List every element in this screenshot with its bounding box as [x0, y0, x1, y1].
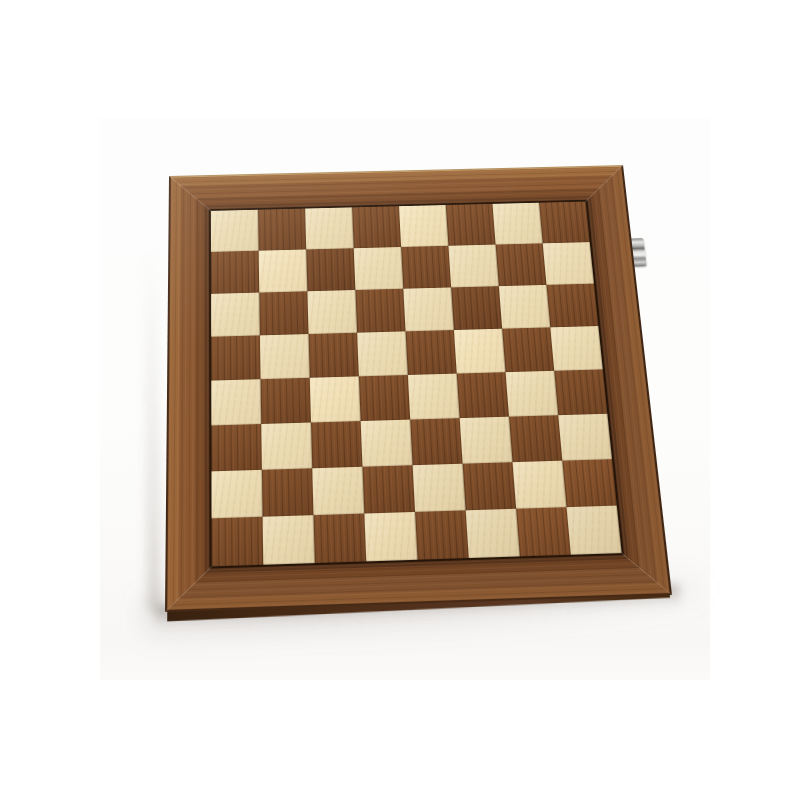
- square-f8: [446, 204, 496, 246]
- square-f6: [451, 286, 502, 330]
- square-g1: [516, 507, 571, 556]
- square-g4: [506, 371, 559, 417]
- square-e1: [415, 510, 469, 559]
- square-b5: [260, 334, 310, 379]
- square-c3: [311, 421, 362, 468]
- square-e3: [410, 418, 462, 465]
- square-f2: [463, 462, 517, 510]
- square-e7: [401, 246, 451, 289]
- square-c8: [305, 207, 354, 249]
- square-a5: [211, 335, 260, 380]
- square-f1: [466, 509, 520, 558]
- square-a8: [211, 210, 259, 252]
- square-c5: [309, 333, 359, 378]
- square-d7: [354, 247, 404, 290]
- square-d6: [355, 289, 405, 333]
- checkerboard: [211, 202, 622, 567]
- square-e6: [403, 287, 454, 331]
- board-frame-left: [165, 175, 212, 612]
- square-e5: [406, 330, 457, 375]
- square-a1: [212, 517, 264, 567]
- square-b6: [259, 291, 308, 335]
- square-a7: [211, 251, 259, 294]
- square-f7: [448, 245, 498, 288]
- square-b8: [258, 209, 306, 251]
- square-d1: [364, 512, 417, 561]
- square-b3: [261, 423, 312, 470]
- square-c4: [310, 376, 361, 422]
- square-d3: [361, 420, 413, 467]
- chessboard: [165, 165, 672, 612]
- square-h2: [562, 459, 616, 507]
- square-d2: [362, 465, 415, 513]
- square-h1: [567, 506, 622, 555]
- square-d4: [359, 375, 410, 421]
- square-g3: [509, 415, 562, 462]
- square-b4: [261, 378, 311, 424]
- product-photo-stage: [0, 0, 800, 800]
- square-h7: [543, 242, 594, 285]
- square-f4: [457, 372, 509, 418]
- square-c7: [306, 248, 355, 291]
- square-e4: [408, 374, 460, 420]
- square-h5: [550, 326, 603, 371]
- square-g6: [499, 285, 550, 329]
- square-h8: [539, 202, 590, 244]
- square-b7: [259, 249, 308, 292]
- square-c6: [307, 290, 357, 334]
- square-a4: [211, 379, 261, 425]
- square-c1: [314, 514, 367, 564]
- square-a6: [211, 293, 260, 337]
- square-f5: [454, 329, 506, 374]
- square-b1: [263, 515, 315, 565]
- square-a2: [211, 470, 262, 519]
- square-h4: [554, 369, 607, 415]
- square-g8: [492, 203, 542, 245]
- square-b2: [262, 468, 314, 516]
- square-d5: [357, 331, 408, 376]
- square-g7: [496, 243, 547, 286]
- square-g5: [502, 327, 554, 372]
- square-h3: [558, 414, 612, 461]
- square-a3: [211, 424, 262, 471]
- square-h6: [546, 284, 598, 328]
- square-e8: [399, 205, 448, 247]
- square-e2: [413, 464, 466, 512]
- square-d8: [352, 206, 401, 248]
- square-f3: [460, 417, 513, 464]
- square-g2: [513, 461, 567, 509]
- square-c2: [312, 467, 364, 515]
